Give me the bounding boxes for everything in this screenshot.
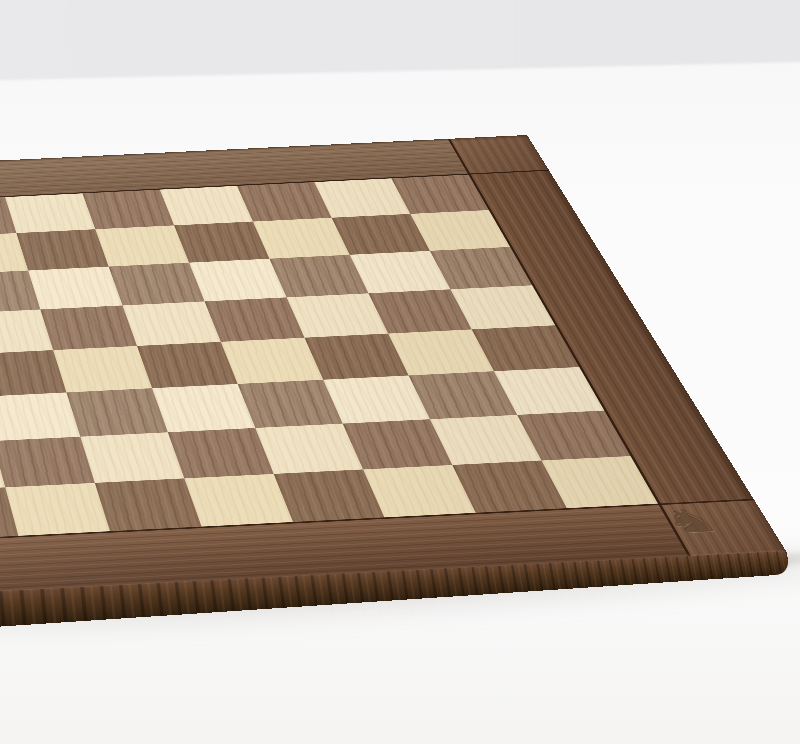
square-c7: [16, 229, 108, 270]
square-c4: [53, 346, 152, 393]
square-c1: [95, 478, 202, 531]
square-d8: [82, 190, 174, 230]
square-b1: [5, 483, 110, 536]
square-d6: [109, 263, 205, 306]
square-c6: [28, 267, 122, 310]
square-c2: [80, 432, 184, 483]
square-b2: [0, 437, 95, 488]
square-c8: [5, 193, 95, 233]
square-c5: [40, 305, 137, 350]
square-d4: [137, 342, 238, 388]
scene: ♞: [0, 0, 800, 744]
square-c3: [66, 388, 167, 436]
square-d7: [95, 225, 189, 266]
square-d5: [123, 301, 221, 346]
